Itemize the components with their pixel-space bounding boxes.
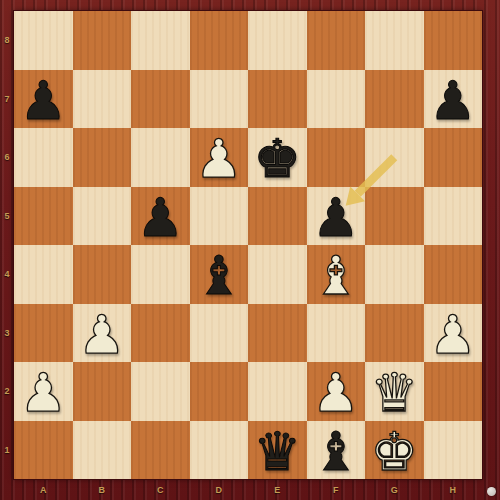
file-label-c: C <box>131 479 190 500</box>
square-e1[interactable]: ♛ <box>248 421 307 480</box>
black-bishop-f1[interactable]: ♝ <box>312 423 360 482</box>
square-g1[interactable]: ♚ <box>365 421 424 480</box>
black-bishop-d4[interactable]: ♝ <box>195 247 243 306</box>
square-e5[interactable] <box>248 187 307 246</box>
file-label-f: F <box>307 479 366 500</box>
rank-label-5: 5 <box>0 187 14 246</box>
black-pawn-a7[interactable]: ♟ <box>19 72 67 131</box>
square-d4[interactable]: ♝ <box>190 245 249 304</box>
square-a5[interactable] <box>14 187 73 246</box>
square-f5[interactable]: ♟ <box>307 187 366 246</box>
square-b4[interactable] <box>73 245 132 304</box>
black-queen-e1[interactable]: ♛ <box>253 423 301 482</box>
square-b5[interactable] <box>73 187 132 246</box>
rank-label-1: 1 <box>0 421 14 480</box>
rank-label-8: 8 <box>0 11 14 70</box>
square-a2[interactable]: ♟ <box>14 362 73 421</box>
rank-label-4: 4 <box>0 245 14 304</box>
square-c2[interactable] <box>131 362 190 421</box>
square-e4[interactable] <box>248 245 307 304</box>
white-queen-g2[interactable]: ♛ <box>370 364 418 423</box>
rank-label-7: 7 <box>0 70 14 129</box>
square-b7[interactable] <box>73 70 132 129</box>
white-king-g1[interactable]: ♚ <box>370 423 418 482</box>
file-label-g: G <box>365 479 424 500</box>
rank-label-3: 3 <box>0 304 14 363</box>
square-g8[interactable] <box>365 11 424 70</box>
square-f6[interactable] <box>307 128 366 187</box>
square-f1[interactable]: ♝ <box>307 421 366 480</box>
square-h2[interactable] <box>424 362 483 421</box>
square-b2[interactable] <box>73 362 132 421</box>
square-g5[interactable] <box>365 187 424 246</box>
square-b6[interactable] <box>73 128 132 187</box>
rank-label-2: 2 <box>0 362 14 421</box>
square-g6[interactable] <box>365 128 424 187</box>
black-pawn-c5[interactable]: ♟ <box>136 189 184 248</box>
square-f2[interactable]: ♟ <box>307 362 366 421</box>
white-pawn-h3[interactable]: ♟ <box>429 306 477 365</box>
corner-dot <box>487 487 496 496</box>
square-e3[interactable] <box>248 304 307 363</box>
square-h6[interactable] <box>424 128 483 187</box>
square-c1[interactable] <box>131 421 190 480</box>
square-f3[interactable] <box>307 304 366 363</box>
white-pawn-f2[interactable]: ♟ <box>312 364 360 423</box>
square-g4[interactable] <box>365 245 424 304</box>
square-h7[interactable]: ♟ <box>424 70 483 129</box>
square-c7[interactable] <box>131 70 190 129</box>
square-b3[interactable]: ♟ <box>73 304 132 363</box>
white-pawn-d6[interactable]: ♟ <box>195 130 243 189</box>
chess-board[interactable]: ♟♟♟♚♟♟♝♝♟♟♟♟♛♛♝♚ <box>14 11 482 479</box>
square-d2[interactable] <box>190 362 249 421</box>
square-d6[interactable]: ♟ <box>190 128 249 187</box>
square-c8[interactable] <box>131 11 190 70</box>
square-d8[interactable] <box>190 11 249 70</box>
square-c6[interactable] <box>131 128 190 187</box>
square-e2[interactable] <box>248 362 307 421</box>
square-f7[interactable] <box>307 70 366 129</box>
file-label-a: A <box>14 479 73 500</box>
square-g2[interactable]: ♛ <box>365 362 424 421</box>
square-h1[interactable] <box>424 421 483 480</box>
square-h5[interactable] <box>424 187 483 246</box>
black-king-e6[interactable]: ♚ <box>253 130 301 189</box>
square-h8[interactable] <box>424 11 483 70</box>
white-pawn-b3[interactable]: ♟ <box>78 306 126 365</box>
white-bishop-f4[interactable]: ♝ <box>312 247 360 306</box>
square-c4[interactable] <box>131 245 190 304</box>
file-label-b: B <box>73 479 132 500</box>
black-pawn-f5[interactable]: ♟ <box>312 189 360 248</box>
square-f4[interactable]: ♝ <box>307 245 366 304</box>
file-label-d: D <box>190 479 249 500</box>
square-a7[interactable]: ♟ <box>14 70 73 129</box>
square-c3[interactable] <box>131 304 190 363</box>
square-a6[interactable] <box>14 128 73 187</box>
square-d7[interactable] <box>190 70 249 129</box>
file-label-e: E <box>248 479 307 500</box>
square-d5[interactable] <box>190 187 249 246</box>
white-pawn-a2[interactable]: ♟ <box>19 364 67 423</box>
square-g3[interactable] <box>365 304 424 363</box>
square-h3[interactable]: ♟ <box>424 304 483 363</box>
square-a4[interactable] <box>14 245 73 304</box>
file-label-h: H <box>424 479 483 500</box>
square-e8[interactable] <box>248 11 307 70</box>
square-e7[interactable] <box>248 70 307 129</box>
square-h4[interactable] <box>424 245 483 304</box>
chess-board-window: ♟♟♟♚♟♟♝♝♟♟♟♟♛♛♝♚ 87654321ABCDEFGH <box>0 0 500 500</box>
rank-label-6: 6 <box>0 128 14 187</box>
square-d3[interactable] <box>190 304 249 363</box>
square-a1[interactable] <box>14 421 73 480</box>
square-e6[interactable]: ♚ <box>248 128 307 187</box>
black-pawn-h7[interactable]: ♟ <box>429 72 477 131</box>
square-d1[interactable] <box>190 421 249 480</box>
square-g7[interactable] <box>365 70 424 129</box>
square-b8[interactable] <box>73 11 132 70</box>
square-c5[interactable]: ♟ <box>131 187 190 246</box>
square-a3[interactable] <box>14 304 73 363</box>
square-f8[interactable] <box>307 11 366 70</box>
square-a8[interactable] <box>14 11 73 70</box>
square-b1[interactable] <box>73 421 132 480</box>
